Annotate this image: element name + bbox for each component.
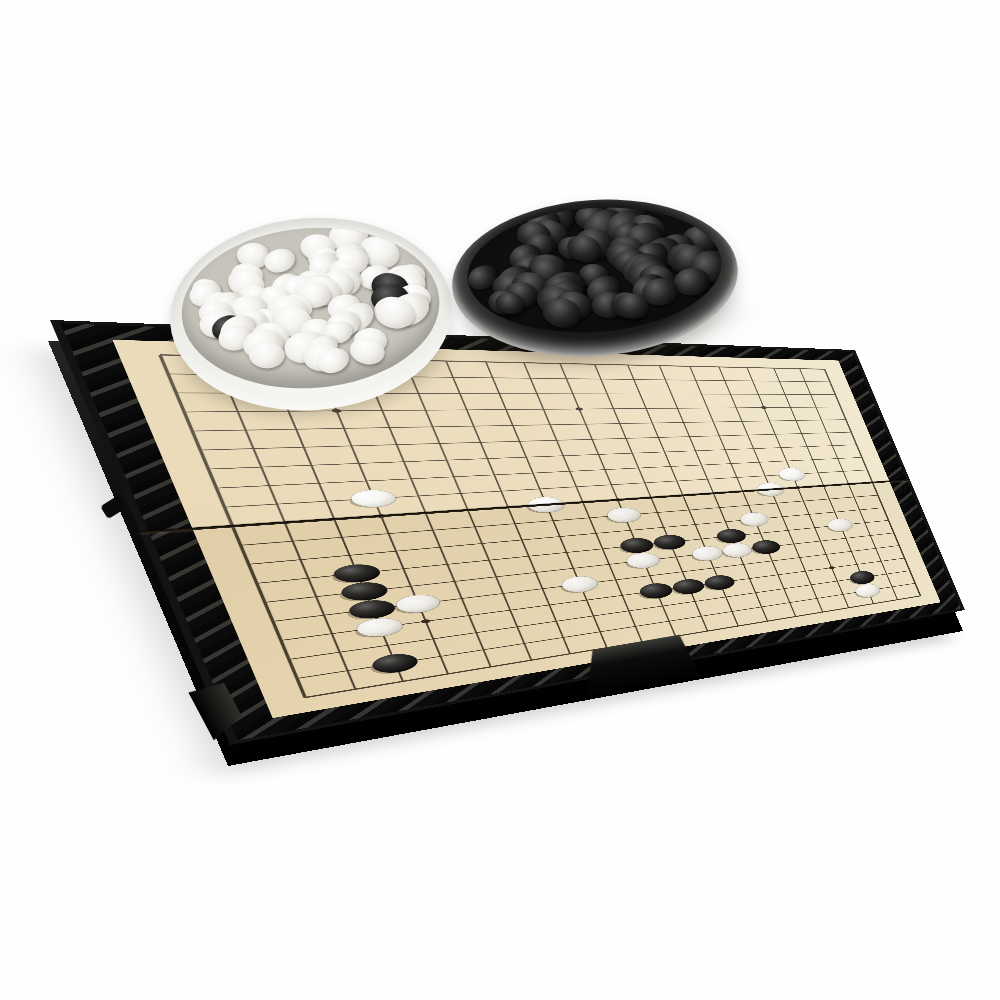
white-stone[interactable]: [690, 545, 725, 562]
black-stone[interactable]: [618, 537, 656, 555]
white-stone[interactable]: [755, 482, 787, 497]
black-stone[interactable]: [369, 651, 421, 675]
stones-layer[interactable]: [297, 466, 883, 677]
frame-latch-notch-front: [579, 632, 701, 697]
black-stone[interactable]: [338, 580, 391, 602]
black-stone[interactable]: [670, 578, 707, 596]
product-photo-stage: [0, 0, 1000, 1000]
white-stone[interactable]: [720, 542, 754, 559]
go-board[interactable]: [0, 0, 1000, 1000]
white-stone[interactable]: [348, 489, 399, 508]
white-stone[interactable]: [354, 616, 406, 639]
white-stone[interactable]: [393, 593, 443, 615]
bowl-stone: [248, 340, 285, 368]
board-frame: [50, 320, 965, 745]
black-stone[interactable]: [346, 598, 399, 621]
black-stone[interactable]: [330, 563, 383, 585]
white-stone-pile: [176, 219, 445, 397]
frame-latch-notch-left: [188, 676, 245, 741]
board-hinge-line: [139, 479, 910, 533]
frame-bevel-pattern: [61, 323, 961, 740]
star-points: [331, 406, 835, 624]
black-stone[interactable]: [750, 539, 783, 555]
white-stone[interactable]: [853, 583, 882, 599]
white-stone[interactable]: [738, 511, 771, 527]
black-stone[interactable]: [702, 574, 737, 592]
black-stone[interactable]: [714, 528, 748, 544]
white-stone[interactable]: [825, 518, 854, 533]
black-stone[interactable]: [651, 534, 688, 551]
white-stone[interactable]: [605, 507, 644, 524]
white-stone[interactable]: [525, 496, 567, 514]
white-stone[interactable]: [624, 552, 662, 570]
black-stone[interactable]: [848, 570, 877, 586]
white-stone[interactable]: [777, 467, 808, 481]
white-stone[interactable]: [559, 575, 601, 595]
black-stone[interactable]: [637, 582, 675, 601]
hinge-pin: [100, 495, 127, 519]
